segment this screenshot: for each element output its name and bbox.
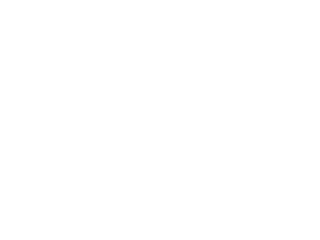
chess-board — [0, 0, 232, 232]
